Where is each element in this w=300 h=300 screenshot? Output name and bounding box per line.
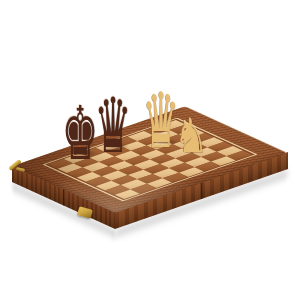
brass-hook-latch-icon [7, 157, 29, 177]
white-knight-icon: ♞ [174, 113, 208, 159]
product-photo: ♚ ♛ ♛ ♞ [0, 0, 300, 300]
fold-seam [201, 182, 203, 200]
hook-bar-icon [16, 167, 25, 172]
fold-seam [63, 188, 64, 205]
chess-piece-white-knight: ♞ [171, 113, 212, 159]
